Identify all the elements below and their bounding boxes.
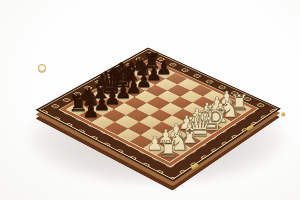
- board-perspective: [0, 0, 300, 200]
- piece-black-pawn[interactable]: ♟: [82, 102, 99, 121]
- piece-white-rook[interactable]: ♜: [158, 138, 179, 161]
- chess-set-photo: ♜♞♝♛♚♝♞♜♟♟♟♟♟♟♟♟♟♟♟♟♟♟♟♟♜♞♝♛♚♝♞♜: [0, 0, 300, 200]
